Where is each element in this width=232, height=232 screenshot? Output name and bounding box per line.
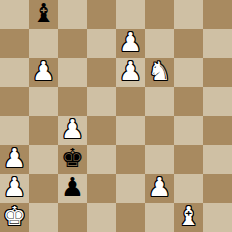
square-e7[interactable]: ♟ bbox=[116, 29, 145, 58]
square-e2[interactable] bbox=[116, 174, 145, 203]
square-g2[interactable] bbox=[174, 174, 203, 203]
square-c6[interactable] bbox=[58, 58, 87, 87]
piece-white-pawn[interactable]: ♟ bbox=[3, 173, 26, 202]
square-c7[interactable] bbox=[58, 29, 87, 58]
square-b8[interactable]: ♝ bbox=[29, 0, 58, 29]
square-a6[interactable] bbox=[0, 58, 29, 87]
piece-black-king[interactable]: ♚ bbox=[61, 144, 84, 173]
square-d6[interactable] bbox=[87, 58, 116, 87]
square-c4[interactable]: ♟ bbox=[58, 116, 87, 145]
square-g1[interactable]: ♝ bbox=[174, 203, 203, 232]
square-a8[interactable] bbox=[0, 0, 29, 29]
square-d8[interactable] bbox=[87, 0, 116, 29]
square-e3[interactable] bbox=[116, 145, 145, 174]
square-e1[interactable] bbox=[116, 203, 145, 232]
square-b6[interactable]: ♟ bbox=[29, 58, 58, 87]
square-g7[interactable] bbox=[174, 29, 203, 58]
square-f8[interactable] bbox=[145, 0, 174, 29]
square-f4[interactable] bbox=[145, 116, 174, 145]
square-c5[interactable] bbox=[58, 87, 87, 116]
square-b3[interactable] bbox=[29, 145, 58, 174]
piece-white-pawn[interactable]: ♟ bbox=[148, 173, 171, 202]
square-f6[interactable]: ♞ bbox=[145, 58, 174, 87]
square-b2[interactable] bbox=[29, 174, 58, 203]
piece-black-pawn[interactable]: ♟ bbox=[61, 173, 84, 202]
square-a1[interactable]: ♚ bbox=[0, 203, 29, 232]
square-h8[interactable] bbox=[203, 0, 232, 29]
square-f2[interactable]: ♟ bbox=[145, 174, 174, 203]
square-b1[interactable] bbox=[29, 203, 58, 232]
square-g8[interactable] bbox=[174, 0, 203, 29]
square-f5[interactable] bbox=[145, 87, 174, 116]
square-e6[interactable]: ♟ bbox=[116, 58, 145, 87]
piece-white-pawn[interactable]: ♟ bbox=[3, 144, 26, 173]
piece-white-pawn[interactable]: ♟ bbox=[119, 57, 142, 86]
piece-white-pawn[interactable]: ♟ bbox=[32, 57, 55, 86]
piece-white-king[interactable]: ♚ bbox=[3, 202, 26, 231]
piece-white-pawn[interactable]: ♟ bbox=[61, 115, 84, 144]
square-d7[interactable] bbox=[87, 29, 116, 58]
square-h4[interactable] bbox=[203, 116, 232, 145]
square-a7[interactable] bbox=[0, 29, 29, 58]
square-h5[interactable] bbox=[203, 87, 232, 116]
square-a5[interactable] bbox=[0, 87, 29, 116]
square-d1[interactable] bbox=[87, 203, 116, 232]
piece-white-pawn[interactable]: ♟ bbox=[119, 28, 142, 57]
square-h7[interactable] bbox=[203, 29, 232, 58]
square-g5[interactable] bbox=[174, 87, 203, 116]
square-e4[interactable] bbox=[116, 116, 145, 145]
square-f7[interactable] bbox=[145, 29, 174, 58]
square-f3[interactable] bbox=[145, 145, 174, 174]
square-e5[interactable] bbox=[116, 87, 145, 116]
square-g3[interactable] bbox=[174, 145, 203, 174]
square-h6[interactable] bbox=[203, 58, 232, 87]
chess-board: ♝♟♟♟♞♟♟♚♟♟♟♚♝ bbox=[0, 0, 232, 232]
square-c2[interactable]: ♟ bbox=[58, 174, 87, 203]
square-b4[interactable] bbox=[29, 116, 58, 145]
square-d3[interactable] bbox=[87, 145, 116, 174]
square-c1[interactable] bbox=[58, 203, 87, 232]
square-a3[interactable]: ♟ bbox=[0, 145, 29, 174]
square-f1[interactable] bbox=[145, 203, 174, 232]
piece-white-knight[interactable]: ♞ bbox=[148, 57, 171, 86]
piece-black-bishop[interactable]: ♝ bbox=[32, 0, 55, 28]
square-h2[interactable] bbox=[203, 174, 232, 203]
square-h1[interactable] bbox=[203, 203, 232, 232]
square-e8[interactable] bbox=[116, 0, 145, 29]
piece-white-bishop[interactable]: ♝ bbox=[177, 202, 200, 231]
square-a2[interactable]: ♟ bbox=[0, 174, 29, 203]
square-d5[interactable] bbox=[87, 87, 116, 116]
square-g4[interactable] bbox=[174, 116, 203, 145]
square-g6[interactable] bbox=[174, 58, 203, 87]
square-b5[interactable] bbox=[29, 87, 58, 116]
square-b7[interactable] bbox=[29, 29, 58, 58]
square-d2[interactable] bbox=[87, 174, 116, 203]
square-c3[interactable]: ♚ bbox=[58, 145, 87, 174]
square-c8[interactable] bbox=[58, 0, 87, 29]
square-a4[interactable] bbox=[0, 116, 29, 145]
square-d4[interactable] bbox=[87, 116, 116, 145]
square-h3[interactable] bbox=[203, 145, 232, 174]
